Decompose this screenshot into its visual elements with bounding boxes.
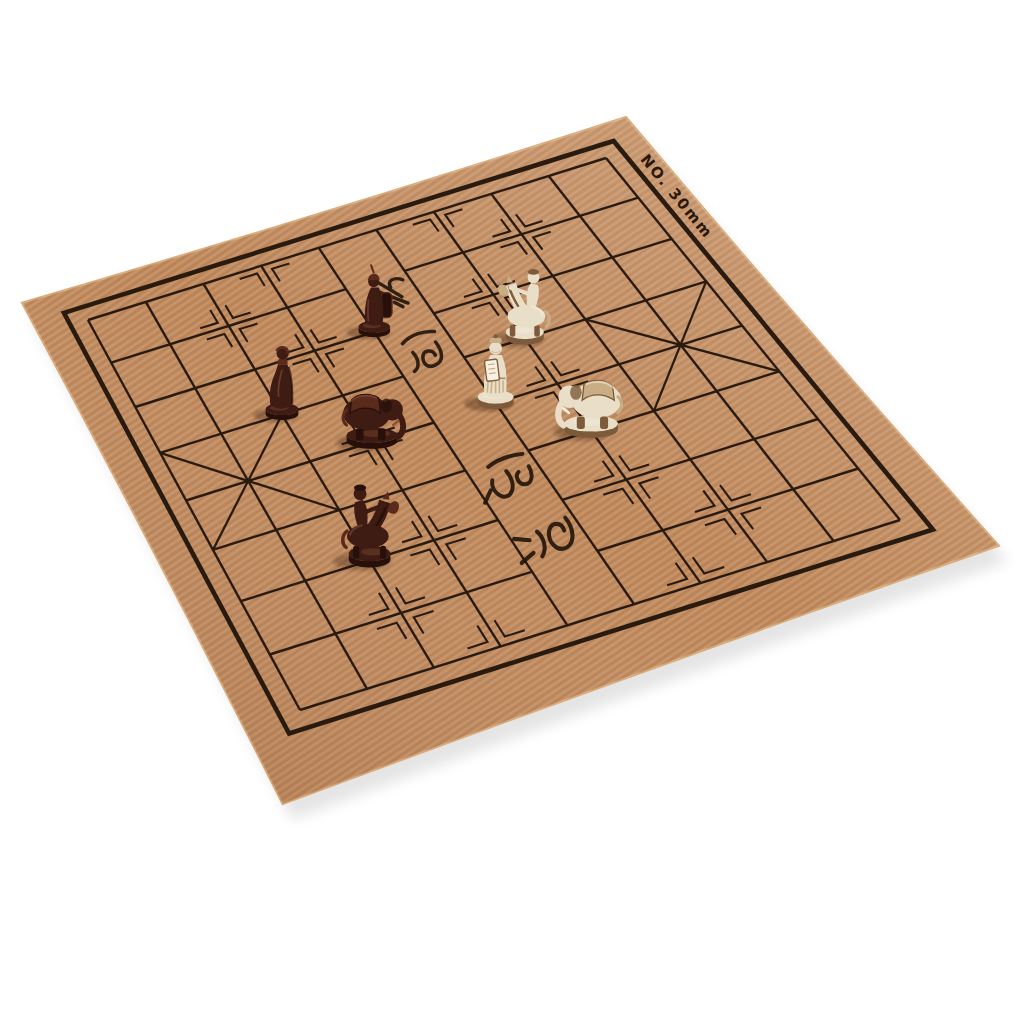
xiangqi-scene: NO. 30mm [0,0,1024,1024]
product-photo-stage: NO. 30mm [0,0,1024,1024]
